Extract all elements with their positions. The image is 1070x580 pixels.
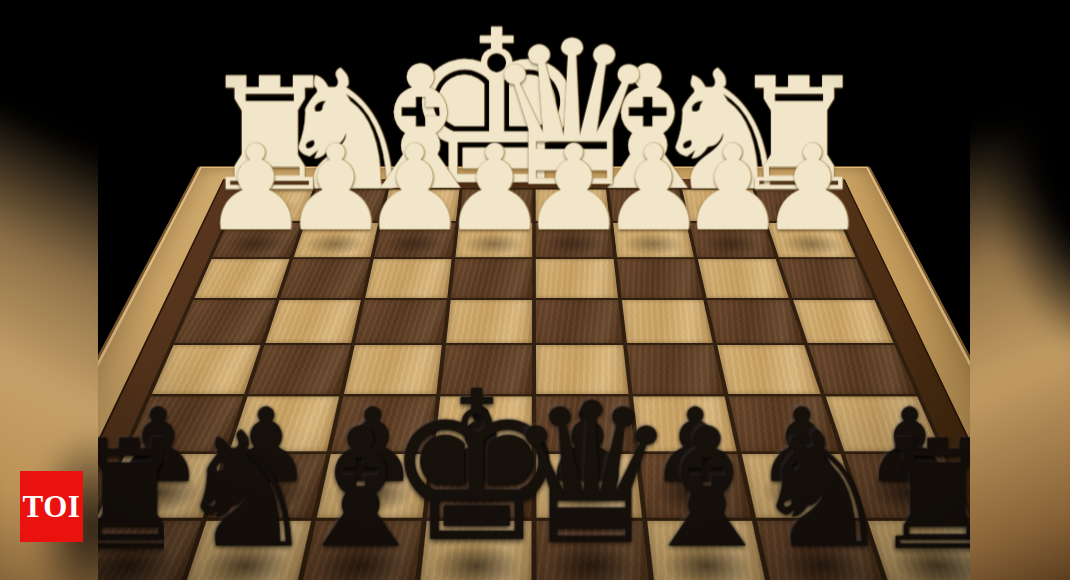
toi-watermark-label: TOI [23, 489, 81, 525]
black-rook-glyph: ♜ [98, 424, 198, 567]
black-queen-glyph: ♛ [505, 383, 679, 567]
black-rook-glyph: ♜ [870, 424, 970, 567]
square-d3 [536, 259, 618, 298]
square-c3 [617, 259, 703, 298]
square-e4 [446, 300, 532, 343]
piece-white-pawn-h2: ♟ [212, 223, 301, 258]
square-a3 [779, 259, 874, 298]
blur-smear-right [970, 0, 1070, 580]
chess-board: ♜♞♝♛♚♝♞♜♟♟♟♟♟♟♟♟♟♟♟♟♟♟♟♟♜♞♝♛♚♝♞♜ [98, 166, 970, 580]
toi-watermark: TOI [20, 471, 83, 542]
square-a4 [793, 300, 894, 343]
square-g3 [280, 259, 370, 298]
square-h4 [174, 300, 275, 343]
thumbnail-canvas: ♜♞♝♛♚♝♞♜♟♟♟♟♟♟♟♟♟♟♟♟♟♟♟♟♜♞♝♛♚♝♞♜ TOI [0, 0, 1070, 580]
square-b4 [707, 300, 803, 343]
blurred-filler-right [970, 0, 1070, 580]
square-b3 [698, 259, 788, 298]
chess-photo: ♜♞♝♛♚♝♞♜♟♟♟♟♟♟♟♟♟♟♟♟♟♟♟♟♜♞♝♛♚♝♞♜ [98, 0, 970, 580]
piece-black-queen-d8: ♛ [536, 520, 649, 580]
piece-black-knight-b8: ♞ [757, 520, 886, 580]
square-g4 [265, 300, 361, 343]
board-scene: ♜♞♝♛♚♝♞♜♟♟♟♟♟♟♟♟♟♟♟♟♟♟♟♟♜♞♝♛♚♝♞♜ [98, 0, 970, 580]
white-pawn-glyph: ♟ [203, 132, 309, 245]
square-e3 [451, 259, 533, 298]
piece-black-knight-g8: ♞ [182, 520, 311, 580]
square-c4 [621, 300, 712, 343]
square-d4 [536, 300, 622, 343]
square-f4 [355, 300, 446, 343]
square-h3 [194, 259, 289, 298]
square-f3 [365, 259, 451, 298]
